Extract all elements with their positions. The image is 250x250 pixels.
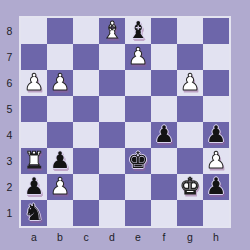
piece-white-pawn-b2[interactable]: ♟ (50, 175, 71, 198)
square-c2[interactable] (73, 174, 99, 200)
file-label-b: b (47, 230, 73, 245)
file-labels: abcdefgh (21, 230, 229, 245)
square-f1[interactable] (151, 200, 177, 226)
square-h2[interactable]: ♟ (203, 174, 229, 200)
square-b8[interactable] (47, 18, 73, 44)
square-b4[interactable] (47, 122, 73, 148)
piece-white-pawn-a6[interactable]: ♟ (24, 71, 45, 94)
square-a2[interactable]: ♟ (21, 174, 47, 200)
square-g4[interactable] (177, 122, 203, 148)
rank-label-3: 3 (2, 148, 17, 174)
square-e7[interactable]: ♟ (125, 44, 151, 70)
piece-black-bishop-e8[interactable]: ♝ (128, 19, 149, 42)
square-d4[interactable] (99, 122, 125, 148)
square-b5[interactable] (47, 96, 73, 122)
square-g5[interactable] (177, 96, 203, 122)
chess-board[interactable]: ♝♝♟♟♟♟♟♟♜♟♚♟♟♟♚♟♞ (19, 16, 231, 228)
file-label-f: f (151, 230, 177, 245)
file-label-e: e (125, 230, 151, 245)
square-e2[interactable] (125, 174, 151, 200)
square-h8[interactable] (203, 18, 229, 44)
square-d7[interactable] (99, 44, 125, 70)
chess-app-background: { "game": "chess", "position": { "fen": … (0, 0, 250, 250)
piece-black-king-e3[interactable]: ♚ (128, 149, 149, 172)
square-c1[interactable] (73, 200, 99, 226)
square-f3[interactable] (151, 148, 177, 174)
square-c6[interactable] (73, 70, 99, 96)
square-h7[interactable] (203, 44, 229, 70)
piece-black-pawn-h2[interactable]: ♟ (206, 175, 227, 198)
piece-black-pawn-h4[interactable]: ♟ (206, 123, 227, 146)
square-c3[interactable] (73, 148, 99, 174)
file-label-h: h (203, 230, 229, 245)
file-label-g: g (177, 230, 203, 245)
piece-black-knight-a1[interactable]: ♞ (24, 201, 45, 224)
file-label-a: a (21, 230, 47, 245)
square-h5[interactable] (203, 96, 229, 122)
square-a6[interactable]: ♟ (21, 70, 47, 96)
square-d1[interactable] (99, 200, 125, 226)
piece-white-pawn-b6[interactable]: ♟ (50, 71, 71, 94)
square-h4[interactable]: ♟ (203, 122, 229, 148)
square-g1[interactable] (177, 200, 203, 226)
square-e6[interactable] (125, 70, 151, 96)
rank-label-8: 8 (2, 18, 17, 44)
piece-black-pawn-f4[interactable]: ♟ (154, 123, 175, 146)
square-f4[interactable]: ♟ (151, 122, 177, 148)
square-a5[interactable] (21, 96, 47, 122)
square-b1[interactable] (47, 200, 73, 226)
square-e8[interactable]: ♝ (125, 18, 151, 44)
square-f7[interactable] (151, 44, 177, 70)
square-a7[interactable] (21, 44, 47, 70)
piece-white-rook-a3[interactable]: ♜ (24, 149, 45, 172)
square-g8[interactable] (177, 18, 203, 44)
rank-label-2: 2 (2, 174, 17, 200)
square-d5[interactable] (99, 96, 125, 122)
square-a4[interactable] (21, 122, 47, 148)
square-a1[interactable]: ♞ (21, 200, 47, 226)
square-c8[interactable] (73, 18, 99, 44)
square-a3[interactable]: ♜ (21, 148, 47, 174)
square-g6[interactable]: ♟ (177, 70, 203, 96)
square-e5[interactable] (125, 96, 151, 122)
square-g7[interactable] (177, 44, 203, 70)
square-c5[interactable] (73, 96, 99, 122)
square-a8[interactable] (21, 18, 47, 44)
piece-white-pawn-g6[interactable]: ♟ (180, 71, 201, 94)
square-f2[interactable] (151, 174, 177, 200)
rank-label-4: 4 (2, 122, 17, 148)
square-d2[interactable] (99, 174, 125, 200)
piece-white-king-g2[interactable]: ♚ (180, 175, 201, 198)
square-f5[interactable] (151, 96, 177, 122)
square-g3[interactable] (177, 148, 203, 174)
square-d8[interactable]: ♝ (99, 18, 125, 44)
square-h6[interactable] (203, 70, 229, 96)
rank-label-5: 5 (2, 96, 17, 122)
rank-label-1: 1 (2, 200, 17, 226)
square-d6[interactable] (99, 70, 125, 96)
piece-white-bishop-d8[interactable]: ♝ (102, 19, 123, 42)
file-label-c: c (73, 230, 99, 245)
piece-white-pawn-h3[interactable]: ♟ (206, 149, 227, 172)
square-b3[interactable]: ♟ (47, 148, 73, 174)
square-f8[interactable] (151, 18, 177, 44)
square-c4[interactable] (73, 122, 99, 148)
piece-white-pawn-e7[interactable]: ♟ (128, 45, 149, 68)
square-d3[interactable] (99, 148, 125, 174)
square-b2[interactable]: ♟ (47, 174, 73, 200)
square-e3[interactable]: ♚ (125, 148, 151, 174)
rank-label-6: 6 (2, 70, 17, 96)
rank-label-7: 7 (2, 44, 17, 70)
square-g2[interactable]: ♚ (177, 174, 203, 200)
piece-black-pawn-a2[interactable]: ♟ (24, 175, 45, 198)
square-f6[interactable] (151, 70, 177, 96)
square-b7[interactable] (47, 44, 73, 70)
square-e4[interactable] (125, 122, 151, 148)
square-h1[interactable] (203, 200, 229, 226)
square-h3[interactable]: ♟ (203, 148, 229, 174)
rank-labels: 87654321 (2, 18, 17, 226)
file-label-d: d (99, 230, 125, 245)
square-e1[interactable] (125, 200, 151, 226)
square-b6[interactable]: ♟ (47, 70, 73, 96)
piece-black-pawn-b3[interactable]: ♟ (50, 149, 71, 172)
square-c7[interactable] (73, 44, 99, 70)
